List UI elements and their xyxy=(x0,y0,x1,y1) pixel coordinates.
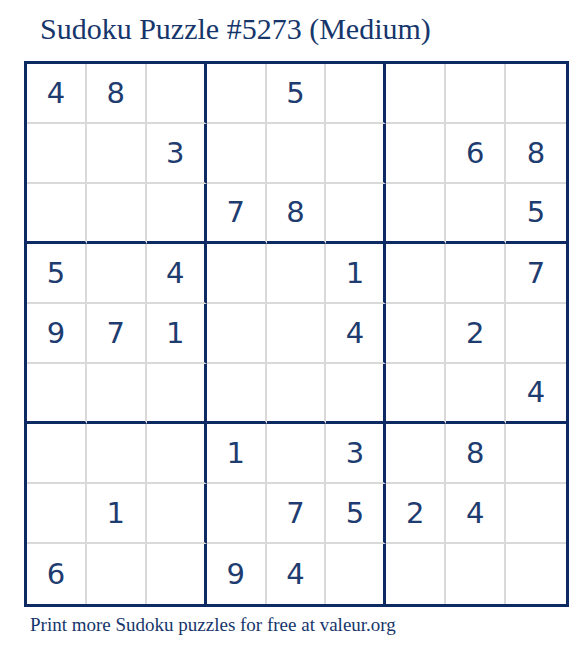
cell-r2c2 xyxy=(87,124,147,184)
puzzle-title: Sudoku Puzzle #5273 (Medium) xyxy=(40,12,431,46)
cell-r9c9 xyxy=(506,544,566,604)
cell-r7c6: 3 xyxy=(326,424,386,484)
cell-r1c7 xyxy=(386,64,446,124)
cell-r8c1 xyxy=(27,484,87,544)
digit: 1 xyxy=(166,319,184,348)
cell-r9c4: 9 xyxy=(207,544,267,604)
cell-r7c3 xyxy=(147,424,207,484)
cell-r1c9 xyxy=(506,64,566,124)
cell-r8c7: 2 xyxy=(386,484,446,544)
cell-r6c2 xyxy=(87,364,147,424)
cell-r6c3 xyxy=(147,364,207,424)
cell-r4c3: 4 xyxy=(147,244,207,304)
cell-r6c5 xyxy=(267,364,327,424)
cell-r8c2: 1 xyxy=(87,484,147,544)
digit: 2 xyxy=(406,499,424,528)
digit: 9 xyxy=(47,319,65,348)
cell-r6c4 xyxy=(207,364,267,424)
cell-r5c6: 4 xyxy=(326,304,386,364)
cell-r9c1: 6 xyxy=(27,544,87,604)
digit: 5 xyxy=(47,259,65,288)
cell-r9c6 xyxy=(326,544,386,604)
digit: 4 xyxy=(466,499,484,528)
cell-r7c1 xyxy=(27,424,87,484)
cell-r7c8: 8 xyxy=(446,424,506,484)
digit: 4 xyxy=(346,319,364,348)
cell-r4c4 xyxy=(207,244,267,304)
cell-r9c5: 4 xyxy=(267,544,327,604)
cell-r3c5: 8 xyxy=(267,184,327,244)
cell-r2c1 xyxy=(27,124,87,184)
digit: 9 xyxy=(226,560,244,589)
cell-r5c4 xyxy=(207,304,267,364)
cell-r3c7 xyxy=(386,184,446,244)
cell-r4c7 xyxy=(386,244,446,304)
cell-r4c8 xyxy=(446,244,506,304)
cell-r8c3 xyxy=(147,484,207,544)
sudoku-grid: 485368785541797142413817524694 xyxy=(24,61,569,607)
cell-r4c1: 5 xyxy=(27,244,87,304)
cell-r7c4: 1 xyxy=(207,424,267,484)
cell-r9c7 xyxy=(386,544,446,604)
cell-r6c1 xyxy=(27,364,87,424)
cell-r8c9 xyxy=(506,484,566,544)
cell-r3c2 xyxy=(87,184,147,244)
cell-r8c8: 4 xyxy=(446,484,506,544)
digit: 1 xyxy=(107,499,125,528)
digit: 6 xyxy=(47,560,65,589)
digit: 7 xyxy=(107,319,125,348)
cell-r8c4 xyxy=(207,484,267,544)
cell-r4c9: 7 xyxy=(506,244,566,304)
cell-r2c5 xyxy=(267,124,327,184)
digit: 5 xyxy=(346,499,364,528)
cell-r1c5: 5 xyxy=(267,64,327,124)
cell-r4c6: 1 xyxy=(326,244,386,304)
digit: 1 xyxy=(226,439,244,468)
cell-r9c3 xyxy=(147,544,207,604)
cell-r5c7 xyxy=(386,304,446,364)
digit: 3 xyxy=(166,139,184,168)
digit: 8 xyxy=(466,439,484,468)
cell-r3c9: 5 xyxy=(506,184,566,244)
cell-r2c8: 6 xyxy=(446,124,506,184)
digit: 6 xyxy=(466,139,484,168)
cell-r1c4 xyxy=(207,64,267,124)
cell-r2c7 xyxy=(386,124,446,184)
digit: 7 xyxy=(527,259,545,288)
digit: 1 xyxy=(346,259,364,288)
cell-r2c3: 3 xyxy=(147,124,207,184)
cell-r9c8 xyxy=(446,544,506,604)
cell-r1c2: 8 xyxy=(87,64,147,124)
cell-r5c3: 1 xyxy=(147,304,207,364)
digit: 3 xyxy=(346,439,364,468)
cell-r8c6: 5 xyxy=(326,484,386,544)
digit: 8 xyxy=(286,198,304,227)
digit: 7 xyxy=(226,198,244,227)
cell-r7c5 xyxy=(267,424,327,484)
digit: 8 xyxy=(107,79,125,108)
page: Sudoku Puzzle #5273 (Medium) 48536878554… xyxy=(0,0,574,651)
digit: 4 xyxy=(47,79,65,108)
digit: 2 xyxy=(466,319,484,348)
cell-r5c1: 9 xyxy=(27,304,87,364)
cell-r2c4 xyxy=(207,124,267,184)
cell-r7c2 xyxy=(87,424,147,484)
cell-r4c5 xyxy=(267,244,327,304)
cell-r5c5 xyxy=(267,304,327,364)
cell-r2c9: 8 xyxy=(506,124,566,184)
cell-r4c2 xyxy=(87,244,147,304)
cell-r2c6 xyxy=(326,124,386,184)
cell-r1c6 xyxy=(326,64,386,124)
cell-r5c2: 7 xyxy=(87,304,147,364)
cell-r5c9 xyxy=(506,304,566,364)
digit: 5 xyxy=(286,79,304,108)
cell-r6c8 xyxy=(446,364,506,424)
cell-r9c2 xyxy=(87,544,147,604)
digit: 8 xyxy=(527,139,545,168)
cell-r6c6 xyxy=(326,364,386,424)
cell-r3c1 xyxy=(27,184,87,244)
cell-r1c8 xyxy=(446,64,506,124)
digit: 4 xyxy=(166,259,184,288)
cell-r7c7 xyxy=(386,424,446,484)
cell-r1c1: 4 xyxy=(27,64,87,124)
cell-r3c4: 7 xyxy=(207,184,267,244)
cell-r1c3 xyxy=(147,64,207,124)
cell-r7c9 xyxy=(506,424,566,484)
cell-r6c7 xyxy=(386,364,446,424)
digit: 4 xyxy=(286,560,304,589)
digit: 5 xyxy=(527,198,545,227)
cell-r8c5: 7 xyxy=(267,484,327,544)
cell-r3c6 xyxy=(326,184,386,244)
cell-r6c9: 4 xyxy=(506,364,566,424)
cell-r3c3 xyxy=(147,184,207,244)
cell-r3c8 xyxy=(446,184,506,244)
footer-note: Print more Sudoku puzzles for free at va… xyxy=(30,614,396,636)
digit: 7 xyxy=(286,499,304,528)
digit: 4 xyxy=(527,378,545,407)
cell-r5c8: 2 xyxy=(446,304,506,364)
